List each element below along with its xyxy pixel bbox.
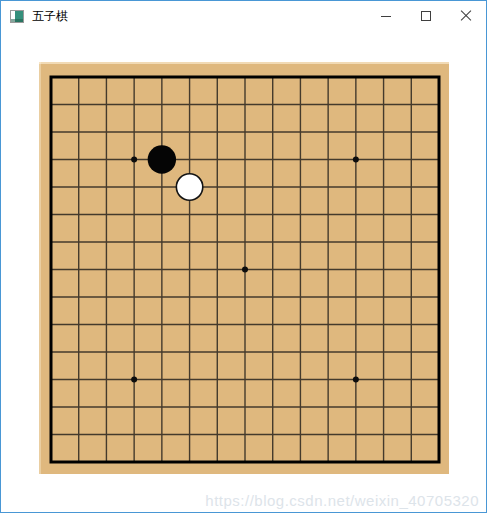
star-point — [242, 267, 248, 273]
black-stone — [148, 145, 176, 173]
watermark: https://blog.csdn.net/weixin_40705320 — [205, 492, 479, 509]
star-point — [353, 157, 359, 163]
client-area: https://blog.csdn.net/weixin_40705320 — [1, 31, 486, 512]
minimize-icon — [381, 16, 391, 17]
gomoku-board[interactable] — [39, 62, 449, 474]
star-point — [131, 157, 137, 163]
window-title: 五子棋 — [32, 1, 68, 31]
gomoku-window: 五子棋 https://blog.csdn.net/weixin_4070532… — [0, 0, 487, 513]
window-controls — [366, 1, 486, 31]
board-grid — [39, 62, 449, 474]
close-button[interactable] — [446, 1, 486, 31]
star-point — [131, 377, 137, 383]
white-stone — [176, 174, 202, 200]
maximize-button[interactable] — [406, 1, 446, 31]
minimize-button[interactable] — [366, 1, 406, 31]
app-icon — [10, 10, 24, 23]
star-point — [353, 377, 359, 383]
close-icon — [460, 10, 472, 22]
title-bar: 五子棋 — [1, 1, 486, 31]
maximize-icon — [421, 11, 431, 21]
